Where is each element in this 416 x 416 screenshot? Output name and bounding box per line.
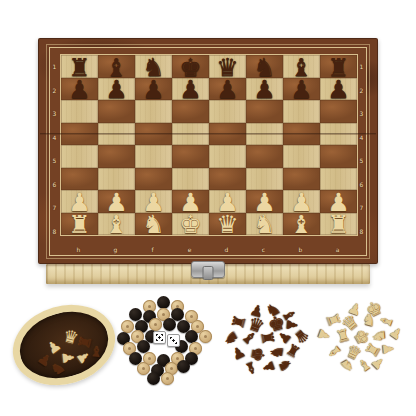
square-e3 [172, 100, 209, 123]
pile-piece-light: ♟ [381, 342, 396, 356]
board-inner-frame: 12345678 12345678 hgfedcba ♜♝♞♚♛♞♝♜♟♟♟♟♟… [49, 47, 367, 256]
square-h3 [61, 100, 98, 123]
piece-dark-pawn: ♟ [105, 77, 127, 102]
square-a6 [320, 168, 357, 191]
square-e6 [172, 168, 209, 191]
coord-label: 5 [50, 149, 59, 173]
piece-light-pawn: ♟ [105, 190, 127, 215]
checker-black [163, 318, 176, 331]
coord-label: 8 [50, 220, 59, 244]
piece-dark-pawn: ♟ [253, 77, 275, 102]
square-a5 [320, 145, 357, 168]
square-h5 [61, 145, 98, 168]
square-c2: ♟ [246, 78, 283, 101]
inset-checkers-pile [113, 296, 213, 388]
piece-dark-queen: ♛ [216, 55, 238, 80]
piece-light-pawn: ♟ [327, 190, 349, 215]
checker-wood [161, 372, 174, 385]
square-g8: ♝ [98, 213, 135, 236]
square-g2: ♟ [98, 78, 135, 101]
square-g7: ♟ [98, 190, 135, 213]
piece-light-rook: ♜ [68, 212, 90, 237]
product-photo: 12345678 12345678 hgfedcba ♜♝♞♚♛♞♝♜♟♟♟♟♟… [0, 0, 416, 416]
piece-dark-pawn: ♟ [179, 77, 201, 102]
coord-label: 1 [357, 55, 366, 79]
piece-light-king: ♚ [179, 212, 201, 237]
coord-label: c [245, 245, 282, 254]
piece-dark-rook: ♜ [327, 55, 349, 80]
coord-label: 7 [357, 196, 366, 220]
piece-dark-knight: ♞ [253, 55, 275, 80]
coord-label: e [171, 245, 208, 254]
checker-black [147, 372, 160, 385]
piece-light-knight: ♞ [142, 212, 164, 237]
pile-piece-light: ♟ [316, 327, 333, 344]
coord-label: b [282, 245, 319, 254]
board-grid: ♜♝♞♚♛♞♝♜♟♟♟♟♟♟♟♟♟♟♟♟♟♟♟♟♜♝♞♚♛♞♝♜ [60, 54, 358, 236]
coord-label: f [134, 245, 171, 254]
piece-dark-knight: ♞ [142, 55, 164, 80]
piece-light-knight: ♞ [253, 212, 275, 237]
square-a1: ♜ [320, 55, 357, 78]
piece-light-pawn: ♟ [142, 190, 164, 215]
square-f1: ♞ [135, 55, 172, 78]
square-b5 [283, 145, 320, 168]
square-f3 [135, 100, 172, 123]
square-g1: ♝ [98, 55, 135, 78]
square-d1: ♛ [209, 55, 246, 78]
coord-label: h [60, 245, 97, 254]
piece-dark-pawn: ♟ [290, 77, 312, 102]
square-a8: ♜ [320, 213, 357, 236]
inset-light-pieces-pile: ♟♚♜♛♞♝♟♜♚♞♟♝♛♜♟♞♝♟ [312, 298, 412, 390]
piece-dark-bishop: ♝ [105, 55, 127, 80]
coord-label: a [319, 245, 356, 254]
coord-label: g [97, 245, 134, 254]
pine-front-edge [46, 264, 370, 284]
square-c5 [246, 145, 283, 168]
square-f5 [135, 145, 172, 168]
square-h2: ♟ [61, 78, 98, 101]
ranks-right: 12345678 [357, 55, 366, 243]
square-b1: ♝ [283, 55, 320, 78]
square-d7: ♟ [209, 190, 246, 213]
coord-label: 4 [50, 126, 59, 150]
square-c3 [246, 100, 283, 123]
square-e5 [172, 145, 209, 168]
coord-label: 2 [50, 79, 59, 103]
square-g6 [98, 168, 135, 191]
square-e8: ♚ [172, 213, 209, 236]
piece-light-pawn: ♟ [179, 190, 201, 215]
piece-light-pawn: ♟ [253, 190, 275, 215]
piece-dark-pawn: ♟ [327, 77, 349, 102]
coord-label: 5 [357, 149, 366, 173]
coord-label: 3 [50, 102, 59, 126]
square-e2: ♟ [172, 78, 209, 101]
square-d3 [209, 100, 246, 123]
piece-dark-king: ♚ [179, 55, 201, 80]
square-a7: ♟ [320, 190, 357, 213]
square-f6 [135, 168, 172, 191]
coord-label: d [208, 245, 245, 254]
piece-light-pawn: ♟ [68, 190, 90, 215]
checker-black [177, 360, 190, 373]
square-e7: ♟ [172, 190, 209, 213]
square-e1: ♚ [172, 55, 209, 78]
square-a3 [320, 100, 357, 123]
inset-open-box: ♟♛♟♜♟♞♟♝ [3, 293, 124, 397]
square-f7: ♟ [135, 190, 172, 213]
square-b2: ♟ [283, 78, 320, 101]
square-c6 [246, 168, 283, 191]
square-a2: ♟ [320, 78, 357, 101]
coord-label: 6 [50, 173, 59, 197]
dice-icon [167, 334, 180, 347]
coord-label: 8 [357, 220, 366, 244]
square-d5 [209, 145, 246, 168]
piece-dark-pawn: ♟ [142, 77, 164, 102]
piece-dark-pawn: ♟ [216, 77, 238, 102]
chess-board: 12345678 12345678 hgfedcba ♜♝♞♚♛♞♝♜♟♟♟♟♟… [38, 38, 378, 264]
checker-wood [199, 330, 212, 343]
inset-dark-pieces-pile: ♟♞♝♜♛♚♟♞♝♜♟♛♟♚♞♜♝♟♞ [216, 298, 316, 390]
boxed-piece: ♝ [90, 344, 104, 359]
dice-icon [153, 331, 166, 344]
ranks-left: 12345678 [50, 55, 59, 243]
piece-light-bishop: ♝ [105, 212, 127, 237]
square-b8: ♝ [283, 213, 320, 236]
piece-dark-pawn: ♟ [68, 77, 90, 102]
files-bottom: hgfedcba [60, 245, 356, 254]
coord-label: 6 [357, 173, 366, 197]
coord-label: 4 [357, 126, 366, 150]
square-c1: ♞ [246, 55, 283, 78]
square-b7: ♟ [283, 190, 320, 213]
square-h6 [61, 168, 98, 191]
square-g3 [98, 100, 135, 123]
coord-label: 1 [50, 55, 59, 79]
piece-light-queen: ♛ [216, 212, 238, 237]
square-h7: ♟ [61, 190, 98, 213]
piece-light-bishop: ♝ [290, 212, 312, 237]
square-b6 [283, 168, 320, 191]
square-g5 [98, 145, 135, 168]
square-b3 [283, 100, 320, 123]
square-d8: ♛ [209, 213, 246, 236]
clasp-icon [191, 261, 225, 278]
square-c8: ♞ [246, 213, 283, 236]
square-f2: ♟ [135, 78, 172, 101]
piece-dark-rook: ♜ [68, 55, 90, 80]
piece-light-rook: ♜ [327, 212, 349, 237]
coord-label: 2 [357, 79, 366, 103]
piece-light-pawn: ♟ [216, 190, 238, 215]
square-h1: ♜ [61, 55, 98, 78]
coord-label: 7 [50, 196, 59, 220]
coord-label: 3 [357, 102, 366, 126]
square-h8: ♜ [61, 213, 98, 236]
square-c7: ♟ [246, 190, 283, 213]
fold-seam [40, 133, 376, 135]
piece-light-pawn: ♟ [290, 190, 312, 215]
square-d2: ♟ [209, 78, 246, 101]
square-d6 [209, 168, 246, 191]
square-f8: ♞ [135, 213, 172, 236]
piece-dark-bishop: ♝ [290, 55, 312, 80]
